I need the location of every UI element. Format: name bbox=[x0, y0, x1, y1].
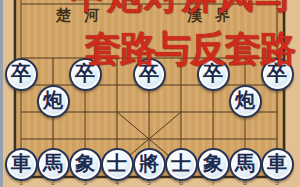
piece-black-general[interactable]: 將 bbox=[133, 148, 166, 181]
piece-glyph: 象 bbox=[75, 153, 95, 173]
piece-glyph: 士 bbox=[171, 153, 191, 173]
piece-glyph: 將 bbox=[139, 153, 159, 173]
piece-black-chariot[interactable]: 車 bbox=[261, 148, 294, 181]
piece-glyph: 象 bbox=[203, 153, 223, 173]
piece-black-chariot[interactable]: 車 bbox=[5, 148, 38, 181]
piece-black-cannon[interactable]: 炮 bbox=[229, 85, 262, 118]
piece-black-cannon[interactable]: 炮 bbox=[37, 85, 70, 118]
overlay-title-line2: 套路与反套路 bbox=[85, 25, 295, 74]
piece-glyph: 車 bbox=[267, 153, 287, 173]
piece-glyph: 馬 bbox=[235, 153, 255, 173]
piece-black-horse[interactable]: 馬 bbox=[37, 148, 70, 181]
piece-black-elephant[interactable]: 象 bbox=[197, 148, 230, 181]
piece-glyph: 卒 bbox=[11, 63, 31, 83]
piece-glyph: 馬 bbox=[43, 153, 63, 173]
piece-black-advisor[interactable]: 士 bbox=[101, 148, 134, 181]
overlay-title-line1-cropped: 中炮对屏风马 bbox=[70, 0, 292, 20]
piece-black-soldier[interactable]: 卒 bbox=[5, 58, 38, 91]
piece-glyph: 炮 bbox=[235, 90, 255, 110]
piece-black-advisor[interactable]: 士 bbox=[165, 148, 198, 181]
piece-black-horse[interactable]: 馬 bbox=[229, 148, 262, 181]
piece-glyph: 車 bbox=[11, 153, 31, 173]
piece-glyph: 炮 bbox=[43, 90, 63, 110]
piece-glyph: 士 bbox=[107, 153, 127, 173]
xiangqi-app-screenshot: 楚河 漢界 卒卒卒卒卒炮炮車馬象士將士象馬車 123456789 中炮对屏风马 … bbox=[0, 0, 300, 187]
piece-black-elephant[interactable]: 象 bbox=[69, 148, 102, 181]
left-edge-strip bbox=[0, 0, 3, 187]
